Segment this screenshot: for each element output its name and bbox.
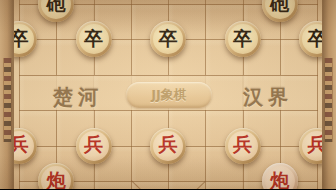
piece-face: 卒 (153, 24, 183, 54)
piece-glyph: 卒 (233, 29, 252, 48)
frame-carving-icon (3, 58, 12, 142)
board-frame-left (0, 0, 14, 189)
river-label-right: 汉界 (240, 86, 296, 108)
piece-face: 砲 (41, 0, 71, 19)
piece-glyph: 卒 (84, 29, 103, 48)
piece-glyph: 兵 (233, 135, 252, 154)
piece-red-soldier[interactable]: 兵 (225, 128, 261, 164)
piece-glyph: 炮 (47, 171, 66, 190)
piece-face: 兵 (79, 131, 109, 161)
grid-line (131, 0, 132, 75)
piece-glyph: 炮 (270, 171, 289, 190)
grid-line (19, 75, 318, 76)
piece-black-soldier[interactable]: 卒 (225, 21, 261, 57)
piece-glyph: 卒 (159, 29, 178, 48)
piece-face: 兵 (228, 131, 258, 161)
piece-red-soldier[interactable]: 兵 (76, 128, 112, 164)
piece-face: 兵 (153, 131, 183, 161)
grid-line (131, 110, 132, 189)
board-frame-right (322, 0, 336, 189)
river-label-left: 楚河 (50, 86, 106, 108)
grid-line (19, 110, 318, 111)
frame-carving-icon (324, 58, 333, 142)
piece-face: 卒 (79, 24, 109, 54)
app-logo-text: JJ象棋 (151, 87, 187, 102)
piece-face: 炮 (265, 166, 295, 189)
piece-face: 炮 (41, 166, 71, 189)
piece-black-soldier[interactable]: 卒 (76, 21, 112, 57)
piece-glyph: 砲 (270, 0, 289, 13)
xiangqi-board[interactable]: 楚河 汉界 JJ象棋 砲砲卒卒卒卒卒兵兵兵兵兵炮炮 (0, 0, 336, 189)
piece-face: 砲 (265, 0, 295, 19)
piece-glyph: 砲 (47, 0, 66, 13)
piece-face: 卒 (228, 24, 258, 54)
grid-line (205, 0, 206, 75)
app-logo-badge: JJ象棋 (126, 82, 212, 108)
piece-glyph: 兵 (84, 135, 103, 154)
piece-red-soldier[interactable]: 兵 (150, 128, 186, 164)
grid-line (205, 110, 206, 189)
piece-glyph: 兵 (159, 135, 178, 154)
